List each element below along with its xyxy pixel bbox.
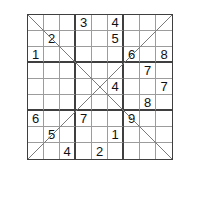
cell-r2c3[interactable] — [60, 31, 76, 47]
cell-r1c5[interactable] — [92, 15, 108, 31]
cell-r9c6[interactable] — [108, 143, 124, 159]
cell-r5c8[interactable] — [140, 79, 156, 95]
cell-r8c6[interactable]: 1 — [108, 127, 124, 143]
cell-r5c6[interactable]: 4 — [108, 79, 124, 95]
cell-r8c9[interactable] — [156, 127, 172, 143]
cell-r2c8[interactable] — [140, 31, 156, 47]
cell-r2c1[interactable] — [28, 31, 44, 47]
cell-r3c8[interactable] — [140, 47, 156, 63]
cell-r2c7[interactable] — [124, 31, 140, 47]
cell-r9c5[interactable]: 2 — [92, 143, 108, 159]
cell-r6c1[interactable] — [28, 95, 44, 111]
cell-r9c3[interactable]: 4 — [60, 143, 76, 159]
cell-r5c7[interactable] — [124, 79, 140, 95]
cell-r3c6[interactable] — [108, 47, 124, 63]
cell-r7c2[interactable] — [44, 111, 60, 127]
cell-r6c8[interactable]: 8 — [140, 95, 156, 111]
cell-r5c1[interactable] — [28, 79, 44, 95]
cell-r1c1[interactable] — [28, 15, 44, 31]
cell-r5c3[interactable] — [60, 79, 76, 95]
cell-r1c2[interactable] — [44, 15, 60, 31]
cell-r9c2[interactable] — [44, 143, 60, 159]
cell-r6c7[interactable] — [124, 95, 140, 111]
cell-r4c9[interactable] — [156, 63, 172, 79]
cell-r7c9[interactable] — [156, 111, 172, 127]
cell-r3c3[interactable] — [60, 47, 76, 63]
cell-r2c6[interactable]: 5 — [108, 31, 124, 47]
cell-r5c9[interactable]: 7 — [156, 79, 172, 95]
cell-r8c1[interactable] — [28, 127, 44, 143]
cell-r3c4[interactable] — [76, 47, 92, 63]
cell-r7c8[interactable] — [140, 111, 156, 127]
cell-r3c9[interactable]: 8 — [156, 47, 172, 63]
cell-r4c5[interactable] — [92, 63, 108, 79]
cell-r5c2[interactable] — [44, 79, 60, 95]
cell-r8c8[interactable] — [140, 127, 156, 143]
sudoku-x-page: 342516874786795142 — [0, 0, 200, 200]
cell-r8c3[interactable] — [60, 127, 76, 143]
cell-r6c5[interactable] — [92, 95, 108, 111]
cell-r7c7[interactable]: 9 — [124, 111, 140, 127]
cell-r4c8[interactable]: 7 — [140, 63, 156, 79]
cell-r4c1[interactable] — [28, 63, 44, 79]
cell-r9c7[interactable] — [124, 143, 140, 159]
cell-r9c8[interactable] — [140, 143, 156, 159]
cell-r8c2[interactable]: 5 — [44, 127, 60, 143]
cell-r2c4[interactable] — [76, 31, 92, 47]
cell-r7c1[interactable]: 6 — [28, 111, 44, 127]
cell-r4c4[interactable] — [76, 63, 92, 79]
cell-r6c2[interactable] — [44, 95, 60, 111]
cell-r6c4[interactable] — [76, 95, 92, 111]
cell-r1c4[interactable]: 3 — [76, 15, 92, 31]
cell-r4c3[interactable] — [60, 63, 76, 79]
cell-r1c8[interactable] — [140, 15, 156, 31]
cell-r1c7[interactable] — [124, 15, 140, 31]
cell-r6c6[interactable] — [108, 95, 124, 111]
cell-r2c5[interactable] — [92, 31, 108, 47]
cell-r7c6[interactable] — [108, 111, 124, 127]
cell-r3c5[interactable] — [92, 47, 108, 63]
cell-r3c7[interactable]: 6 — [124, 47, 140, 63]
cell-r7c4[interactable]: 7 — [76, 111, 92, 127]
cell-r1c3[interactable] — [60, 15, 76, 31]
cell-r6c9[interactable] — [156, 95, 172, 111]
cell-r9c4[interactable] — [76, 143, 92, 159]
cell-r7c3[interactable] — [60, 111, 76, 127]
sudoku-grid: 342516874786795142 — [28, 15, 172, 159]
cell-r1c6[interactable]: 4 — [108, 15, 124, 31]
cell-r5c4[interactable] — [76, 79, 92, 95]
cell-r4c7[interactable] — [124, 63, 140, 79]
cell-r3c1[interactable]: 1 — [28, 47, 44, 63]
sudoku-board: 342516874786795142 — [27, 14, 173, 160]
cell-r5c5[interactable] — [92, 79, 108, 95]
cell-r4c2[interactable] — [44, 63, 60, 79]
cell-r8c4[interactable] — [76, 127, 92, 143]
cell-r9c1[interactable] — [28, 143, 44, 159]
cell-r4c6[interactable] — [108, 63, 124, 79]
cell-r3c2[interactable] — [44, 47, 60, 63]
cell-r9c9[interactable] — [156, 143, 172, 159]
cell-r2c9[interactable] — [156, 31, 172, 47]
cell-r2c2[interactable]: 2 — [44, 31, 60, 47]
cell-r8c5[interactable] — [92, 127, 108, 143]
cell-r1c9[interactable] — [156, 15, 172, 31]
cell-r8c7[interactable] — [124, 127, 140, 143]
cell-r6c3[interactable] — [60, 95, 76, 111]
cell-r7c5[interactable] — [92, 111, 108, 127]
